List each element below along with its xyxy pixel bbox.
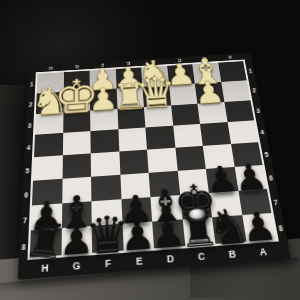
white-pawn-b2[interactable]: ♟: [192, 77, 226, 109]
rook-top-highlight: [188, 208, 205, 219]
white-queen-d2[interactable]: ♛: [134, 71, 179, 116]
rank-label-left-4: 4: [24, 136, 33, 159]
black-pawn-a8[interactable]: ♟: [239, 207, 280, 249]
rank-label-left-5: 5: [23, 158, 32, 182]
black-pawn-a6[interactable]: ♟: [231, 159, 270, 197]
piece-layer: ♞♚♟♟♟♜♛♞♟♝♟♟♜♝♟♛♟♟♝♟♚♜♞♟♟♟: [30, 61, 277, 257]
scene: HGFEDCBA HGFEDCBA 12345678 12345678 ♞♚♟♟…: [0, 0, 300, 300]
chess-board: HGFEDCBA HGFEDCBA 12345678 12345678 ♞♚♟♟…: [18, 53, 291, 280]
